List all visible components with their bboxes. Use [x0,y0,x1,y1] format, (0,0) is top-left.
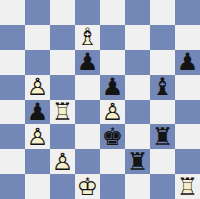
square-e2[interactable] [100,149,125,174]
white-piece-outline-layer: ♙ [25,75,50,100]
piece-black-pawn[interactable]: ♟ [75,50,100,75]
square-d4[interactable] [75,100,100,125]
white-piece-outline-layer: ♖ [50,100,75,125]
square-b6[interactable] [25,50,50,75]
square-e1[interactable] [100,174,125,199]
square-c3[interactable] [50,124,75,149]
white-piece-outline-layer: ♙ [25,124,50,149]
white-piece-outline-layer: ♔ [75,174,100,199]
square-e4[interactable]: ♟♙ [100,100,125,125]
square-g1[interactable] [150,174,175,199]
black-piece-glyph: ♟ [25,100,50,125]
square-a7[interactable] [0,25,25,50]
black-piece-glyph: ♝ [150,75,175,100]
square-g2[interactable] [150,149,175,174]
square-a2[interactable] [0,149,25,174]
square-c1[interactable] [50,174,75,199]
chess-board: ♝♗♟♟♟♙♟♝♟♜♖♟♙♟♙♚♜♟♙♜♚♔♜♖ [0,0,200,199]
square-d5[interactable] [75,75,100,100]
black-piece-glyph: ♜ [150,124,175,149]
square-e6[interactable] [100,50,125,75]
square-d1[interactable]: ♚♔ [75,174,100,199]
white-piece-outline-layer: ♖ [175,174,200,199]
piece-black-rook[interactable]: ♜ [125,149,150,174]
square-a6[interactable] [0,50,25,75]
square-c8[interactable] [50,0,75,25]
square-a3[interactable] [0,124,25,149]
square-g5[interactable]: ♝ [150,75,175,100]
square-d7[interactable]: ♝♗ [75,25,100,50]
white-piece-outline-layer: ♙ [50,149,75,174]
square-c4[interactable]: ♜♖ [50,100,75,125]
piece-white-pawn[interactable]: ♟♙ [25,124,50,149]
square-d2[interactable] [75,149,100,174]
square-g6[interactable] [150,50,175,75]
square-b5[interactable]: ♟♙ [25,75,50,100]
square-f2[interactable]: ♜ [125,149,150,174]
piece-white-pawn[interactable]: ♟♙ [25,75,50,100]
square-a1[interactable] [0,174,25,199]
square-g8[interactable] [150,0,175,25]
piece-black-pawn[interactable]: ♟ [100,75,125,100]
square-b1[interactable] [25,174,50,199]
square-b3[interactable]: ♟♙ [25,124,50,149]
square-c2[interactable]: ♟♙ [50,149,75,174]
square-c7[interactable] [50,25,75,50]
square-a8[interactable] [0,0,25,25]
square-f6[interactable] [125,50,150,75]
square-e3[interactable]: ♚ [100,124,125,149]
square-b2[interactable] [25,149,50,174]
piece-black-pawn[interactable]: ♟ [25,100,50,125]
piece-black-bishop[interactable]: ♝ [150,75,175,100]
piece-white-king[interactable]: ♚♔ [75,174,100,199]
piece-white-rook[interactable]: ♜♖ [50,100,75,125]
piece-black-king[interactable]: ♚ [100,124,125,149]
square-h1[interactable]: ♜♖ [175,174,200,199]
square-h5[interactable] [175,75,200,100]
square-c5[interactable] [50,75,75,100]
piece-black-rook[interactable]: ♜ [150,124,175,149]
piece-black-pawn[interactable]: ♟ [175,50,200,75]
piece-white-pawn[interactable]: ♟♙ [50,149,75,174]
square-b7[interactable] [25,25,50,50]
square-g3[interactable]: ♜ [150,124,175,149]
square-b4[interactable]: ♟ [25,100,50,125]
square-f5[interactable] [125,75,150,100]
black-piece-glyph: ♜ [125,149,150,174]
white-piece-outline-layer: ♙ [100,100,125,125]
square-a4[interactable] [0,100,25,125]
black-piece-glyph: ♟ [75,50,100,75]
square-d6[interactable]: ♟ [75,50,100,75]
piece-white-pawn[interactable]: ♟♙ [100,100,125,125]
black-piece-glyph: ♚ [100,124,125,149]
square-h4[interactable] [175,100,200,125]
square-e7[interactable] [100,25,125,50]
square-h6[interactable]: ♟ [175,50,200,75]
square-h7[interactable] [175,25,200,50]
square-f8[interactable] [125,0,150,25]
square-g4[interactable] [150,100,175,125]
square-d3[interactable] [75,124,100,149]
square-e5[interactable]: ♟ [100,75,125,100]
black-piece-glyph: ♟ [175,50,200,75]
square-h2[interactable] [175,149,200,174]
white-piece-outline-layer: ♗ [75,25,100,50]
square-d8[interactable] [75,0,100,25]
square-e8[interactable] [100,0,125,25]
square-c6[interactable] [50,50,75,75]
square-g7[interactable] [150,25,175,50]
square-f1[interactable] [125,174,150,199]
square-b8[interactable] [25,0,50,25]
black-piece-glyph: ♟ [100,75,125,100]
square-h8[interactable] [175,0,200,25]
square-f7[interactable] [125,25,150,50]
piece-white-bishop[interactable]: ♝♗ [75,25,100,50]
square-f3[interactable] [125,124,150,149]
square-f4[interactable] [125,100,150,125]
piece-white-rook[interactable]: ♜♖ [175,174,200,199]
square-a5[interactable] [0,75,25,100]
square-h3[interactable] [175,124,200,149]
